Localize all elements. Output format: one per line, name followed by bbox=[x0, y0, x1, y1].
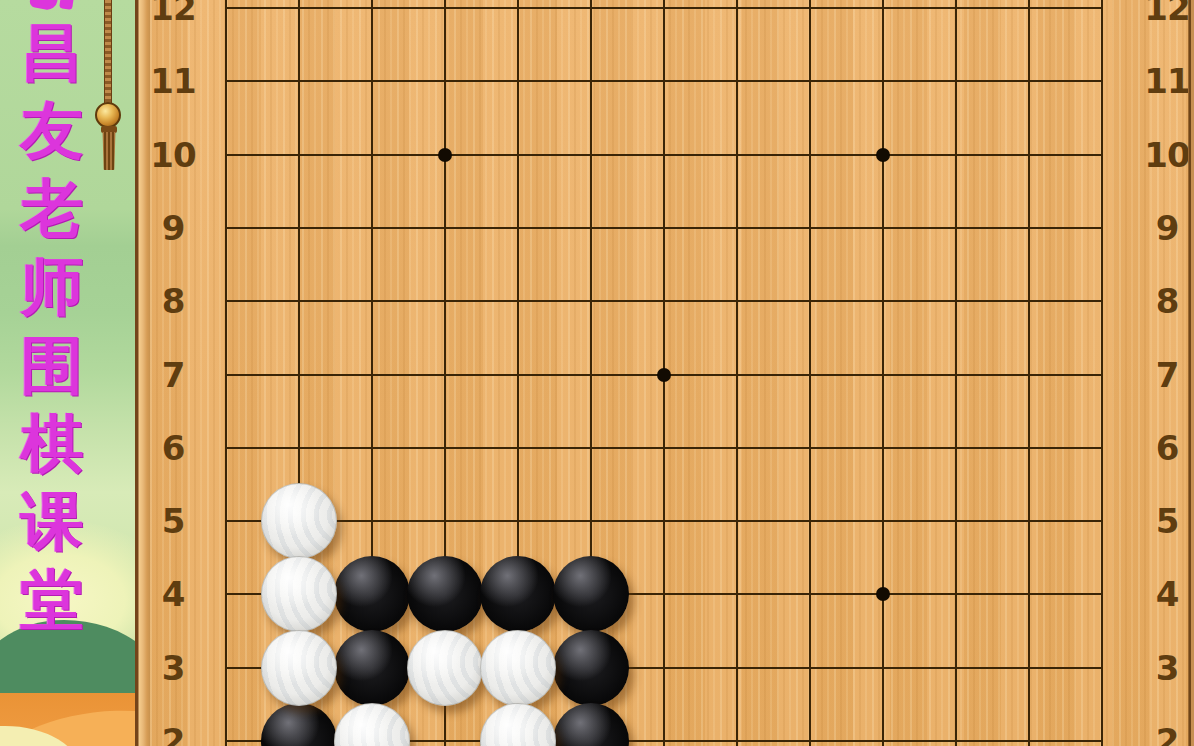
star-point bbox=[876, 587, 890, 601]
star-point bbox=[438, 148, 452, 162]
white-stone[interactable] bbox=[480, 630, 556, 706]
banner-character: 师 bbox=[14, 252, 90, 324]
partial-character-fragment bbox=[29, 0, 58, 11]
white-stone[interactable] bbox=[407, 630, 483, 706]
row-label-left: 5 bbox=[150, 499, 196, 543]
row-label-right: 10 bbox=[1140, 133, 1194, 177]
grid-line-horizontal bbox=[225, 80, 1103, 82]
row-label-left: 11 bbox=[150, 59, 196, 103]
row-label-right: 8 bbox=[1140, 279, 1194, 323]
tassel-cord-icon bbox=[104, 0, 112, 105]
row-label-left: 7 bbox=[150, 353, 196, 397]
black-stone[interactable] bbox=[553, 556, 629, 632]
tassel-bead-icon bbox=[95, 102, 121, 128]
black-stone[interactable] bbox=[407, 556, 483, 632]
row-label-right: 12 bbox=[1140, 0, 1194, 30]
black-stone[interactable] bbox=[553, 703, 629, 746]
board-right-edge bbox=[1188, 0, 1194, 746]
white-stone[interactable] bbox=[261, 483, 337, 559]
row-label-right: 5 bbox=[1140, 499, 1194, 543]
grid-line-horizontal bbox=[225, 154, 1103, 156]
row-label-right: 7 bbox=[1140, 353, 1194, 397]
white-stone[interactable] bbox=[261, 556, 337, 632]
row-label-left: 12 bbox=[150, 0, 196, 30]
row-label-left: 9 bbox=[150, 206, 196, 250]
grid-line-horizontal bbox=[225, 300, 1103, 302]
grid-line-horizontal bbox=[225, 7, 1103, 9]
white-stone[interactable] bbox=[261, 630, 337, 706]
black-stone[interactable] bbox=[553, 630, 629, 706]
white-stone[interactable] bbox=[334, 703, 410, 746]
row-label-left: 3 bbox=[150, 646, 196, 690]
banner-character: 堂 bbox=[14, 565, 90, 637]
row-label-left: 2 bbox=[150, 719, 196, 746]
row-label-right: 4 bbox=[1140, 572, 1194, 616]
row-label-left: 8 bbox=[150, 279, 196, 323]
grid-line-horizontal bbox=[225, 520, 1103, 522]
row-label-right: 6 bbox=[1140, 426, 1194, 470]
row-label-right: 2 bbox=[1140, 719, 1194, 746]
tassel-fringe-icon bbox=[102, 132, 116, 170]
sidebar-banner: 昌友老师围棋课堂 bbox=[0, 0, 135, 746]
star-point bbox=[657, 368, 671, 382]
partial-character-fragment bbox=[59, 0, 74, 10]
row-label-left: 4 bbox=[150, 572, 196, 616]
grid-line-horizontal bbox=[225, 227, 1103, 229]
banner-character: 棋 bbox=[14, 409, 90, 481]
banner-character: 课 bbox=[14, 487, 90, 559]
banner-character: 围 bbox=[14, 331, 90, 403]
star-point bbox=[876, 148, 890, 162]
black-stone[interactable] bbox=[261, 703, 337, 746]
grid-line-horizontal bbox=[225, 447, 1103, 449]
row-label-right: 11 bbox=[1140, 59, 1194, 103]
banner-character: 友 bbox=[14, 96, 90, 168]
screen: 昌友老师围棋课堂 1211109876543212111098765432 bbox=[0, 0, 1194, 746]
row-label-left: 10 bbox=[150, 133, 196, 177]
tassel-cap-icon bbox=[101, 126, 117, 133]
board-frame-strip bbox=[135, 0, 150, 746]
black-stone[interactable] bbox=[480, 556, 556, 632]
banner-character: 昌 bbox=[14, 18, 90, 90]
go-board[interactable]: 1211109876543212111098765432 bbox=[150, 0, 1194, 746]
row-label-left: 6 bbox=[150, 426, 196, 470]
row-label-right: 9 bbox=[1140, 206, 1194, 250]
white-stone[interactable] bbox=[480, 703, 556, 746]
black-stone[interactable] bbox=[334, 630, 410, 706]
black-stone[interactable] bbox=[334, 556, 410, 632]
row-label-right: 3 bbox=[1140, 646, 1194, 690]
banner-character: 老 bbox=[14, 174, 90, 246]
